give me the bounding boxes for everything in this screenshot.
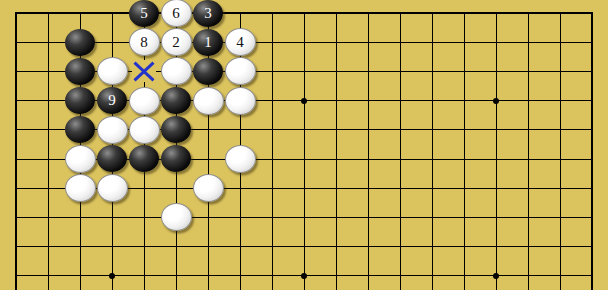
stone-black xyxy=(65,116,95,143)
stone-white-move-2: 2 xyxy=(161,28,192,56)
stone-white xyxy=(161,57,192,85)
stone-black-move-1: 1 xyxy=(193,29,223,56)
stone-white-move-8: 8 xyxy=(129,28,160,56)
stone-black xyxy=(161,116,191,143)
stone-black xyxy=(193,58,223,85)
stone-white xyxy=(65,174,96,202)
move-number: 1 xyxy=(204,34,212,49)
stone-white xyxy=(225,87,256,115)
stone-white xyxy=(193,174,224,202)
move-number: 2 xyxy=(172,34,180,49)
stone-black xyxy=(97,145,127,172)
stone-black-move-5: 5 xyxy=(129,0,159,27)
stone-white xyxy=(225,145,256,173)
stone-white xyxy=(65,145,96,173)
stone-white xyxy=(97,116,128,144)
stone-black-move-3: 3 xyxy=(193,0,223,27)
stones-layer: 56382149 xyxy=(0,0,608,290)
stone-black xyxy=(161,87,191,114)
stone-white xyxy=(97,57,128,85)
stone-black xyxy=(65,87,95,114)
stone-white xyxy=(129,87,160,115)
stone-white xyxy=(129,116,160,144)
move-number: 3 xyxy=(204,5,212,20)
stone-white xyxy=(161,203,192,231)
stone-white-move-4: 4 xyxy=(225,28,256,56)
move-number: 9 xyxy=(108,93,116,108)
stone-white xyxy=(225,57,256,85)
stone-white xyxy=(97,174,128,202)
move-number: 5 xyxy=(140,5,148,20)
stone-black xyxy=(65,58,95,85)
stone-black xyxy=(65,29,95,56)
stone-white xyxy=(193,87,224,115)
go-board[interactable]: 56382149 xyxy=(0,0,608,290)
stone-white-move-6: 6 xyxy=(161,0,192,27)
move-number: 6 xyxy=(172,5,180,20)
move-number: 8 xyxy=(140,34,148,49)
move-number: 4 xyxy=(236,34,244,49)
stone-black xyxy=(129,145,159,172)
cross-mark xyxy=(132,60,156,82)
stone-black-move-9: 9 xyxy=(97,87,127,114)
stone-black xyxy=(161,145,191,172)
